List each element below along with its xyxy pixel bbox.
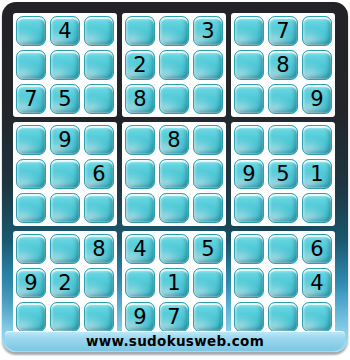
footer-band: www.sudokusweb.com xyxy=(5,331,345,351)
cell-r4c6[interactable] xyxy=(193,125,223,155)
cell-r3c3[interactable] xyxy=(84,84,114,114)
cell-r5c4[interactable] xyxy=(125,159,155,189)
cell-r5c3[interactable]: 6 xyxy=(84,159,114,189)
cell-r8c6[interactable] xyxy=(193,268,223,298)
cell-r6c7[interactable] xyxy=(234,193,264,223)
cell-r4c2[interactable]: 9 xyxy=(50,125,80,155)
cell-r1c9[interactable] xyxy=(302,16,332,46)
box-2-1: 96 xyxy=(13,122,117,226)
cell-r2c8[interactable]: 8 xyxy=(268,50,298,80)
box-1-3: 789 xyxy=(231,13,335,117)
cell-r8c7[interactable] xyxy=(234,268,264,298)
cell-r8c3[interactable] xyxy=(84,268,114,298)
cell-r8c1[interactable]: 9 xyxy=(16,268,46,298)
box-2-2: 8 xyxy=(122,122,226,226)
cell-r9c1[interactable] xyxy=(16,302,46,332)
cell-r1c8[interactable]: 7 xyxy=(268,16,298,46)
board-frame: 4753287899689518924519764 www.sudokusweb… xyxy=(2,2,348,352)
cell-r7c8[interactable] xyxy=(268,234,298,264)
cell-r3c2[interactable]: 5 xyxy=(50,84,80,114)
cell-r6c1[interactable] xyxy=(16,193,46,223)
box-1-1: 475 xyxy=(13,13,117,117)
cell-r1c3[interactable] xyxy=(84,16,114,46)
cell-r6c2[interactable] xyxy=(50,193,80,223)
cell-r8c8[interactable] xyxy=(268,268,298,298)
cell-r6c9[interactable] xyxy=(302,193,332,223)
cell-r8c2[interactable]: 2 xyxy=(50,268,80,298)
box-3-2: 45197 xyxy=(122,231,226,335)
cell-r4c3[interactable] xyxy=(84,125,114,155)
box-2-3: 951 xyxy=(231,122,335,226)
cell-r4c5[interactable]: 8 xyxy=(159,125,189,155)
cell-r5c2[interactable] xyxy=(50,159,80,189)
sudoku-board: 4753287899689518924519764 xyxy=(13,13,335,335)
cell-r7c6[interactable]: 5 xyxy=(193,234,223,264)
cell-r2c2[interactable] xyxy=(50,50,80,80)
cell-r5c7[interactable]: 9 xyxy=(234,159,264,189)
cell-r7c5[interactable] xyxy=(159,234,189,264)
cell-r3c8[interactable] xyxy=(268,84,298,114)
footer-url[interactable]: www.sudokusweb.com xyxy=(86,333,264,349)
cell-r9c6[interactable] xyxy=(193,302,223,332)
box-3-3: 64 xyxy=(231,231,335,335)
cell-r6c4[interactable] xyxy=(125,193,155,223)
cell-r4c7[interactable] xyxy=(234,125,264,155)
cell-r1c4[interactable] xyxy=(125,16,155,46)
cell-r3c6[interactable] xyxy=(193,84,223,114)
cell-r3c4[interactable]: 8 xyxy=(125,84,155,114)
cell-r3c5[interactable] xyxy=(159,84,189,114)
cell-r7c1[interactable] xyxy=(16,234,46,264)
cell-r1c7[interactable] xyxy=(234,16,264,46)
cell-r2c1[interactable] xyxy=(16,50,46,80)
cell-r2c9[interactable] xyxy=(302,50,332,80)
cell-r7c2[interactable] xyxy=(50,234,80,264)
box-3-1: 892 xyxy=(13,231,117,335)
cell-r3c9[interactable]: 9 xyxy=(302,84,332,114)
cell-r1c1[interactable] xyxy=(16,16,46,46)
cell-r8c5[interactable]: 1 xyxy=(159,268,189,298)
cell-r8c4[interactable] xyxy=(125,268,155,298)
cell-r3c7[interactable] xyxy=(234,84,264,114)
cell-r7c9[interactable]: 6 xyxy=(302,234,332,264)
cell-r4c8[interactable] xyxy=(268,125,298,155)
cell-r9c2[interactable] xyxy=(50,302,80,332)
cell-r2c4[interactable]: 2 xyxy=(125,50,155,80)
sudoku-widget: 4753287899689518924519764 www.sudokusweb… xyxy=(0,0,350,360)
cell-r8c9[interactable]: 4 xyxy=(302,268,332,298)
cell-r2c3[interactable] xyxy=(84,50,114,80)
cell-r6c6[interactable] xyxy=(193,193,223,223)
cell-r7c7[interactable] xyxy=(234,234,264,264)
cell-r5c8[interactable]: 5 xyxy=(268,159,298,189)
cell-r9c3[interactable] xyxy=(84,302,114,332)
cell-r9c4[interactable]: 9 xyxy=(125,302,155,332)
cell-r2c6[interactable] xyxy=(193,50,223,80)
cell-r1c6[interactable]: 3 xyxy=(193,16,223,46)
cell-r7c3[interactable]: 8 xyxy=(84,234,114,264)
cell-r2c7[interactable] xyxy=(234,50,264,80)
cell-r4c9[interactable] xyxy=(302,125,332,155)
cell-r6c5[interactable] xyxy=(159,193,189,223)
cell-r7c4[interactable]: 4 xyxy=(125,234,155,264)
cell-r6c3[interactable] xyxy=(84,193,114,223)
cell-r9c8[interactable] xyxy=(268,302,298,332)
cell-r4c1[interactable] xyxy=(16,125,46,155)
cell-r6c8[interactable] xyxy=(268,193,298,223)
cell-r5c1[interactable] xyxy=(16,159,46,189)
cell-r3c1[interactable]: 7 xyxy=(16,84,46,114)
cell-r9c5[interactable]: 7 xyxy=(159,302,189,332)
cell-r9c9[interactable] xyxy=(302,302,332,332)
cell-r5c6[interactable] xyxy=(193,159,223,189)
cell-r9c7[interactable] xyxy=(234,302,264,332)
cell-r2c5[interactable] xyxy=(159,50,189,80)
cell-r1c2[interactable]: 4 xyxy=(50,16,80,46)
cell-r5c9[interactable]: 1 xyxy=(302,159,332,189)
cell-r1c5[interactable] xyxy=(159,16,189,46)
cell-r5c5[interactable] xyxy=(159,159,189,189)
cell-r4c4[interactable] xyxy=(125,125,155,155)
box-1-2: 328 xyxy=(122,13,226,117)
